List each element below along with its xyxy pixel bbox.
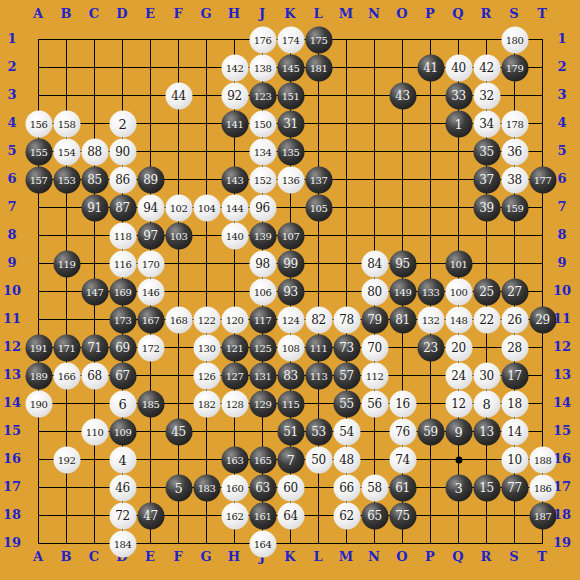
white-stone-E12-move-172[interactable]: 172 <box>137 334 164 361</box>
black-stone-O10-move-149[interactable]: 149 <box>389 278 416 305</box>
black-stone-L1-move-175[interactable]: 175 <box>305 26 332 53</box>
black-stone-H4-move-141[interactable]: 141 <box>221 110 248 137</box>
white-stone-S1-move-180[interactable]: 180 <box>501 26 528 53</box>
column-label-top-F: F <box>166 6 190 22</box>
white-stone-R11-move-22[interactable]: 22 <box>473 306 500 333</box>
white-stone-H7-move-144[interactable]: 144 <box>221 194 248 221</box>
black-stone-L15-move-53[interactable]: 53 <box>305 418 332 445</box>
white-stone-T16-move-188[interactable]: 188 <box>529 446 556 473</box>
white-stone-M16-move-48[interactable]: 48 <box>333 446 360 473</box>
row-label-right-4: 4 <box>550 115 574 131</box>
row-label-left-1: 1 <box>0 31 24 47</box>
white-stone-J4-move-150[interactable]: 150 <box>249 110 276 137</box>
white-stone-F11-move-168[interactable]: 168 <box>165 306 192 333</box>
black-stone-A13-move-189[interactable]: 189 <box>25 362 52 389</box>
black-stone-O3-move-43[interactable]: 43 <box>389 82 416 109</box>
row-label-right-1: 1 <box>550 31 574 47</box>
white-stone-H2-move-142[interactable]: 142 <box>221 54 248 81</box>
black-stone-P12-move-23[interactable]: 23 <box>417 334 444 361</box>
white-stone-S14-move-18[interactable]: 18 <box>501 390 528 417</box>
black-stone-C12-move-71[interactable]: 71 <box>81 334 108 361</box>
black-stone-J14-move-129[interactable]: 129 <box>249 390 276 417</box>
white-stone-L16-move-50[interactable]: 50 <box>305 446 332 473</box>
row-label-left-11: 11 <box>0 311 24 327</box>
white-stone-M15-move-54[interactable]: 54 <box>333 418 360 445</box>
white-stone-S12-move-28[interactable]: 28 <box>501 334 528 361</box>
black-stone-C10-move-147[interactable]: 147 <box>81 278 108 305</box>
column-label-bottom-A: A <box>26 549 50 565</box>
black-stone-A5-move-155[interactable]: 155 <box>25 138 52 165</box>
column-label-top-E: E <box>138 6 162 22</box>
column-label-bottom-S: S <box>502 549 526 565</box>
black-stone-Q17-move-3[interactable]: 3 <box>445 474 472 501</box>
white-stone-M17-move-66[interactable]: 66 <box>333 474 360 501</box>
black-stone-K9-move-99[interactable]: 99 <box>277 250 304 277</box>
white-stone-D17-move-46[interactable]: 46 <box>109 474 136 501</box>
black-stone-K14-move-115[interactable]: 115 <box>277 390 304 417</box>
black-stone-D7-move-87[interactable]: 87 <box>109 194 136 221</box>
column-label-top-N: N <box>362 6 386 22</box>
column-label-bottom-C: C <box>82 549 106 565</box>
black-stone-E14-move-185[interactable]: 185 <box>137 390 164 417</box>
white-stone-D16-move-4[interactable]: 4 <box>109 446 136 473</box>
row-label-right-8: 8 <box>550 227 574 243</box>
white-stone-R14-move-8[interactable]: 8 <box>473 390 500 417</box>
black-stone-D15-move-109[interactable]: 109 <box>109 418 136 445</box>
white-stone-D8-move-118[interactable]: 118 <box>109 222 136 249</box>
white-stone-Q11-move-148[interactable]: 148 <box>445 306 472 333</box>
black-stone-K16-move-7[interactable]: 7 <box>277 446 304 473</box>
black-stone-H12-move-121[interactable]: 121 <box>221 334 248 361</box>
row-label-right-2: 2 <box>550 59 574 75</box>
column-label-top-O: O <box>390 6 414 22</box>
white-stone-R2-move-42[interactable]: 42 <box>473 54 500 81</box>
row-label-left-16: 16 <box>0 451 24 467</box>
black-stone-K10-move-93[interactable]: 93 <box>277 278 304 305</box>
white-stone-S6-move-38[interactable]: 38 <box>501 166 528 193</box>
column-label-bottom-Q: Q <box>446 549 470 565</box>
white-stone-E10-move-146[interactable]: 146 <box>137 278 164 305</box>
black-stone-C7-move-91[interactable]: 91 <box>81 194 108 221</box>
column-label-bottom-K: K <box>278 549 302 565</box>
black-stone-J18-move-161[interactable]: 161 <box>249 502 276 529</box>
black-stone-K8-move-107[interactable]: 107 <box>277 222 304 249</box>
white-stone-S4-move-178[interactable]: 178 <box>501 110 528 137</box>
black-stone-J13-move-131[interactable]: 131 <box>249 362 276 389</box>
white-stone-H18-move-162[interactable]: 162 <box>221 502 248 529</box>
black-stone-Q3-move-33[interactable]: 33 <box>445 82 472 109</box>
white-stone-J5-move-134[interactable]: 134 <box>249 138 276 165</box>
black-stone-L2-move-181[interactable]: 181 <box>305 54 332 81</box>
row-label-left-3: 3 <box>0 87 24 103</box>
black-stone-E8-move-97[interactable]: 97 <box>137 222 164 249</box>
black-stone-S7-move-159[interactable]: 159 <box>501 194 528 221</box>
white-stone-N9-move-84[interactable]: 84 <box>361 250 388 277</box>
white-stone-S5-move-36[interactable]: 36 <box>501 138 528 165</box>
column-label-bottom-G: G <box>194 549 218 565</box>
black-stone-L12-move-111[interactable]: 111 <box>305 334 332 361</box>
white-stone-B4-move-158[interactable]: 158 <box>53 110 80 137</box>
column-label-bottom-M: M <box>334 549 358 565</box>
white-stone-A14-move-190[interactable]: 190 <box>25 390 52 417</box>
row-label-left-12: 12 <box>0 339 24 355</box>
white-stone-B13-move-166[interactable]: 166 <box>53 362 80 389</box>
black-stone-L6-move-137[interactable]: 137 <box>305 166 332 193</box>
white-stone-C5-move-88[interactable]: 88 <box>81 138 108 165</box>
column-label-top-H: H <box>222 6 246 22</box>
white-stone-J10-move-106[interactable]: 106 <box>249 278 276 305</box>
white-stone-S16-move-10[interactable]: 10 <box>501 446 528 473</box>
white-stone-D5-move-90[interactable]: 90 <box>109 138 136 165</box>
white-stone-O16-move-74[interactable]: 74 <box>389 446 416 473</box>
row-label-right-5: 5 <box>550 143 574 159</box>
white-stone-N12-move-70[interactable]: 70 <box>361 334 388 361</box>
column-label-bottom-L: L <box>306 549 330 565</box>
white-stone-M11-move-78[interactable]: 78 <box>333 306 360 333</box>
white-stone-H3-move-92[interactable]: 92 <box>221 82 248 109</box>
black-stone-T11-move-29[interactable]: 29 <box>529 306 556 333</box>
white-stone-F7-move-102[interactable]: 102 <box>165 194 192 221</box>
black-stone-K5-move-135[interactable]: 135 <box>277 138 304 165</box>
row-label-right-15: 15 <box>550 423 574 439</box>
column-label-bottom-B: B <box>54 549 78 565</box>
column-label-top-C: C <box>82 6 106 22</box>
white-stone-A4-move-156[interactable]: 156 <box>25 110 52 137</box>
column-label-top-P: P <box>418 6 442 22</box>
white-stone-Q10-move-100[interactable]: 100 <box>445 278 472 305</box>
white-stone-D19-move-184[interactable]: 184 <box>109 530 136 557</box>
column-label-top-A: A <box>26 6 50 22</box>
white-stone-K17-move-60[interactable]: 60 <box>277 474 304 501</box>
row-label-left-13: 13 <box>0 367 24 383</box>
white-stone-K6-move-136[interactable]: 136 <box>277 166 304 193</box>
white-stone-B5-move-154[interactable]: 154 <box>53 138 80 165</box>
white-stone-G14-move-182[interactable]: 182 <box>193 390 220 417</box>
black-stone-J17-move-63[interactable]: 63 <box>249 474 276 501</box>
column-label-bottom-F: F <box>166 549 190 565</box>
star-point-Q16 <box>455 456 462 463</box>
black-stone-M13-move-57[interactable]: 57 <box>333 362 360 389</box>
black-stone-M14-move-55[interactable]: 55 <box>333 390 360 417</box>
row-label-right-7: 7 <box>550 199 574 215</box>
row-label-left-4: 4 <box>0 115 24 131</box>
black-stone-T18-move-187[interactable]: 187 <box>529 502 556 529</box>
black-stone-L13-move-113[interactable]: 113 <box>305 362 332 389</box>
black-stone-K2-move-145[interactable]: 145 <box>277 54 304 81</box>
black-stone-J8-move-139[interactable]: 139 <box>249 222 276 249</box>
black-stone-O9-move-95[interactable]: 95 <box>389 250 416 277</box>
black-stone-Q15-move-9[interactable]: 9 <box>445 418 472 445</box>
white-stone-C15-move-110[interactable]: 110 <box>81 418 108 445</box>
column-label-top-J: J <box>250 6 274 22</box>
white-stone-F3-move-44[interactable]: 44 <box>165 82 192 109</box>
black-stone-O18-move-75[interactable]: 75 <box>389 502 416 529</box>
white-stone-O14-move-16[interactable]: 16 <box>389 390 416 417</box>
white-stone-G11-move-122[interactable]: 122 <box>193 306 220 333</box>
black-stone-F17-move-5[interactable]: 5 <box>165 474 192 501</box>
column-label-top-D: D <box>110 6 134 22</box>
white-stone-H11-move-120[interactable]: 120 <box>221 306 248 333</box>
black-stone-Q9-move-101[interactable]: 101 <box>445 250 472 277</box>
white-stone-P11-move-132[interactable]: 132 <box>417 306 444 333</box>
row-label-left-9: 9 <box>0 255 24 271</box>
black-stone-O11-move-81[interactable]: 81 <box>389 306 416 333</box>
white-stone-G7-move-104[interactable]: 104 <box>193 194 220 221</box>
black-stone-J3-move-123[interactable]: 123 <box>249 82 276 109</box>
white-stone-N17-move-58[interactable]: 58 <box>361 474 388 501</box>
column-label-top-Q: Q <box>446 6 470 22</box>
column-label-bottom-E: E <box>138 549 162 565</box>
white-stone-J19-move-164[interactable]: 164 <box>249 530 276 557</box>
white-stone-K18-move-64[interactable]: 64 <box>277 502 304 529</box>
black-stone-K3-move-151[interactable]: 151 <box>277 82 304 109</box>
row-label-left-15: 15 <box>0 423 24 439</box>
black-stone-M12-move-73[interactable]: 73 <box>333 334 360 361</box>
white-stone-D18-move-72[interactable]: 72 <box>109 502 136 529</box>
white-stone-J7-move-96[interactable]: 96 <box>249 194 276 221</box>
row-label-right-9: 9 <box>550 255 574 271</box>
white-stone-R4-move-34[interactable]: 34 <box>473 110 500 137</box>
black-stone-S17-move-77[interactable]: 77 <box>501 474 528 501</box>
white-stone-N14-move-56[interactable]: 56 <box>361 390 388 417</box>
column-label-top-S: S <box>502 6 526 22</box>
black-stone-K15-move-51[interactable]: 51 <box>277 418 304 445</box>
white-stone-J2-move-138[interactable]: 138 <box>249 54 276 81</box>
column-label-top-M: M <box>334 6 358 22</box>
white-stone-E9-move-170[interactable]: 170 <box>137 250 164 277</box>
white-stone-O15-move-76[interactable]: 76 <box>389 418 416 445</box>
white-stone-D4-move-2[interactable]: 2 <box>109 110 136 137</box>
white-stone-T17-move-186[interactable]: 186 <box>529 474 556 501</box>
black-stone-E18-move-47[interactable]: 47 <box>137 502 164 529</box>
white-stone-H14-move-128[interactable]: 128 <box>221 390 248 417</box>
black-stone-D11-move-173[interactable]: 173 <box>109 306 136 333</box>
white-stone-K1-move-174[interactable]: 174 <box>277 26 304 53</box>
white-stone-L11-move-82[interactable]: 82 <box>305 306 332 333</box>
black-stone-J11-move-117[interactable]: 117 <box>249 306 276 333</box>
black-stone-P15-move-59[interactable]: 59 <box>417 418 444 445</box>
white-stone-K11-move-124[interactable]: 124 <box>277 306 304 333</box>
row-label-left-8: 8 <box>0 227 24 243</box>
black-stone-E6-move-89[interactable]: 89 <box>137 166 164 193</box>
white-stone-D6-move-86[interactable]: 86 <box>109 166 136 193</box>
white-stone-N13-move-112[interactable]: 112 <box>361 362 388 389</box>
black-stone-H6-move-143[interactable]: 143 <box>221 166 248 193</box>
column-label-bottom-P: P <box>418 549 442 565</box>
black-stone-T6-move-177[interactable]: 177 <box>529 166 556 193</box>
column-label-bottom-O: O <box>390 549 414 565</box>
white-stone-N10-move-80[interactable]: 80 <box>361 278 388 305</box>
go-board[interactable]: AABBCCDDEEFFGGHHJJKKLLMMNNOOPPQQRRSSTT11… <box>0 0 580 580</box>
white-stone-B16-move-192[interactable]: 192 <box>53 446 80 473</box>
white-stone-K12-move-108[interactable]: 108 <box>277 334 304 361</box>
black-stone-Q4-move-1[interactable]: 1 <box>445 110 472 137</box>
white-stone-Q14-move-12[interactable]: 12 <box>445 390 472 417</box>
column-label-top-T: T <box>530 6 554 22</box>
row-label-left-19: 19 <box>0 535 24 551</box>
column-label-bottom-R: R <box>474 549 498 565</box>
black-stone-J16-move-165[interactable]: 165 <box>249 446 276 473</box>
black-stone-J12-move-125[interactable]: 125 <box>249 334 276 361</box>
black-stone-S10-move-27[interactable]: 27 <box>501 278 528 305</box>
white-stone-Q2-move-40[interactable]: 40 <box>445 54 472 81</box>
black-stone-D13-move-67[interactable]: 67 <box>109 362 136 389</box>
black-stone-S2-move-179[interactable]: 179 <box>501 54 528 81</box>
white-stone-S15-move-14[interactable]: 14 <box>501 418 528 445</box>
row-label-left-14: 14 <box>0 395 24 411</box>
white-stone-E7-move-94[interactable]: 94 <box>137 194 164 221</box>
row-label-right-19: 19 <box>550 535 574 551</box>
black-stone-D10-move-169[interactable]: 169 <box>109 278 136 305</box>
column-label-top-K: K <box>278 6 302 22</box>
black-stone-R10-move-25[interactable]: 25 <box>473 278 500 305</box>
column-label-top-L: L <box>306 6 330 22</box>
white-stone-M18-move-62[interactable]: 62 <box>333 502 360 529</box>
white-stone-C13-move-68[interactable]: 68 <box>81 362 108 389</box>
white-stone-H17-move-160[interactable]: 160 <box>221 474 248 501</box>
black-stone-R6-move-37[interactable]: 37 <box>473 166 500 193</box>
white-stone-Q13-move-24[interactable]: 24 <box>445 362 472 389</box>
black-stone-H16-move-163[interactable]: 163 <box>221 446 248 473</box>
black-stone-S13-move-17[interactable]: 17 <box>501 362 528 389</box>
black-stone-R5-move-35[interactable]: 35 <box>473 138 500 165</box>
white-stone-H8-move-140[interactable]: 140 <box>221 222 248 249</box>
black-stone-R15-move-13[interactable]: 13 <box>473 418 500 445</box>
row-label-right-10: 10 <box>550 283 574 299</box>
black-stone-N18-move-65[interactable]: 65 <box>361 502 388 529</box>
white-stone-G12-move-130[interactable]: 130 <box>193 334 220 361</box>
white-stone-R3-move-32[interactable]: 32 <box>473 82 500 109</box>
white-stone-D14-move-6[interactable]: 6 <box>109 390 136 417</box>
black-stone-C6-move-85[interactable]: 85 <box>81 166 108 193</box>
black-stone-K4-move-31[interactable]: 31 <box>277 110 304 137</box>
black-stone-P10-move-133[interactable]: 133 <box>417 278 444 305</box>
black-stone-F8-move-103[interactable]: 103 <box>165 222 192 249</box>
white-stone-Q12-move-20[interactable]: 20 <box>445 334 472 361</box>
black-stone-R7-move-39[interactable]: 39 <box>473 194 500 221</box>
row-label-right-12: 12 <box>550 339 574 355</box>
black-stone-K13-move-83[interactable]: 83 <box>277 362 304 389</box>
row-label-left-18: 18 <box>0 507 24 523</box>
column-label-bottom-T: T <box>530 549 554 565</box>
black-stone-B6-move-153[interactable]: 153 <box>53 166 80 193</box>
row-label-left-5: 5 <box>0 143 24 159</box>
row-label-left-7: 7 <box>0 199 24 215</box>
row-label-left-10: 10 <box>0 283 24 299</box>
row-label-right-13: 13 <box>550 367 574 383</box>
black-stone-H13-move-127[interactable]: 127 <box>221 362 248 389</box>
column-label-top-R: R <box>474 6 498 22</box>
black-stone-A12-move-191[interactable]: 191 <box>25 334 52 361</box>
white-stone-J1-move-176[interactable]: 176 <box>249 26 276 53</box>
column-label-bottom-H: H <box>222 549 246 565</box>
white-stone-G13-move-126[interactable]: 126 <box>193 362 220 389</box>
black-stone-P2-move-41[interactable]: 41 <box>417 54 444 81</box>
black-stone-G17-move-183[interactable]: 183 <box>193 474 220 501</box>
row-label-right-14: 14 <box>550 395 574 411</box>
black-stone-D12-move-69[interactable]: 69 <box>109 334 136 361</box>
black-stone-N11-move-79[interactable]: 79 <box>361 306 388 333</box>
row-label-left-17: 17 <box>0 479 24 495</box>
black-stone-E11-move-167[interactable]: 167 <box>137 306 164 333</box>
row-label-left-2: 2 <box>0 59 24 75</box>
black-stone-B12-move-171[interactable]: 171 <box>53 334 80 361</box>
black-stone-R17-move-15[interactable]: 15 <box>473 474 500 501</box>
white-stone-R13-move-30[interactable]: 30 <box>473 362 500 389</box>
black-stone-B9-move-119[interactable]: 119 <box>53 250 80 277</box>
white-stone-S11-move-26[interactable]: 26 <box>501 306 528 333</box>
black-stone-F15-move-45[interactable]: 45 <box>165 418 192 445</box>
black-stone-O17-move-61[interactable]: 61 <box>389 474 416 501</box>
black-stone-A6-move-157[interactable]: 157 <box>25 166 52 193</box>
column-label-top-G: G <box>194 6 218 22</box>
white-stone-J6-move-152[interactable]: 152 <box>249 166 276 193</box>
black-stone-L7-move-105[interactable]: 105 <box>305 194 332 221</box>
white-stone-D9-move-116[interactable]: 116 <box>109 250 136 277</box>
row-label-left-6: 6 <box>0 171 24 187</box>
column-label-top-B: B <box>54 6 78 22</box>
column-label-bottom-N: N <box>362 549 386 565</box>
white-stone-J9-move-98[interactable]: 98 <box>249 250 276 277</box>
row-label-right-3: 3 <box>550 87 574 103</box>
